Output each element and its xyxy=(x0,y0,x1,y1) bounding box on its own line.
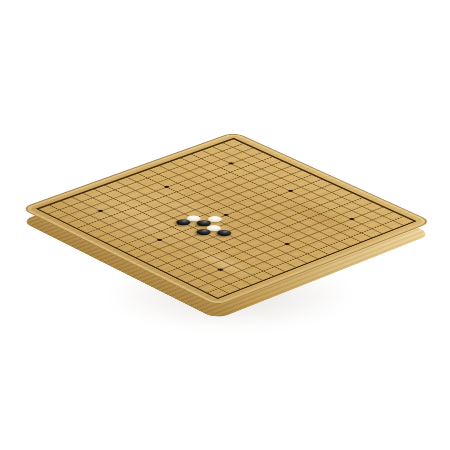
board-tilt-wrapper xyxy=(0,0,450,450)
product-photo xyxy=(0,0,450,450)
stones-grid xyxy=(28,135,425,303)
go-board xyxy=(20,132,433,307)
black-stone[interactable] xyxy=(173,218,193,226)
